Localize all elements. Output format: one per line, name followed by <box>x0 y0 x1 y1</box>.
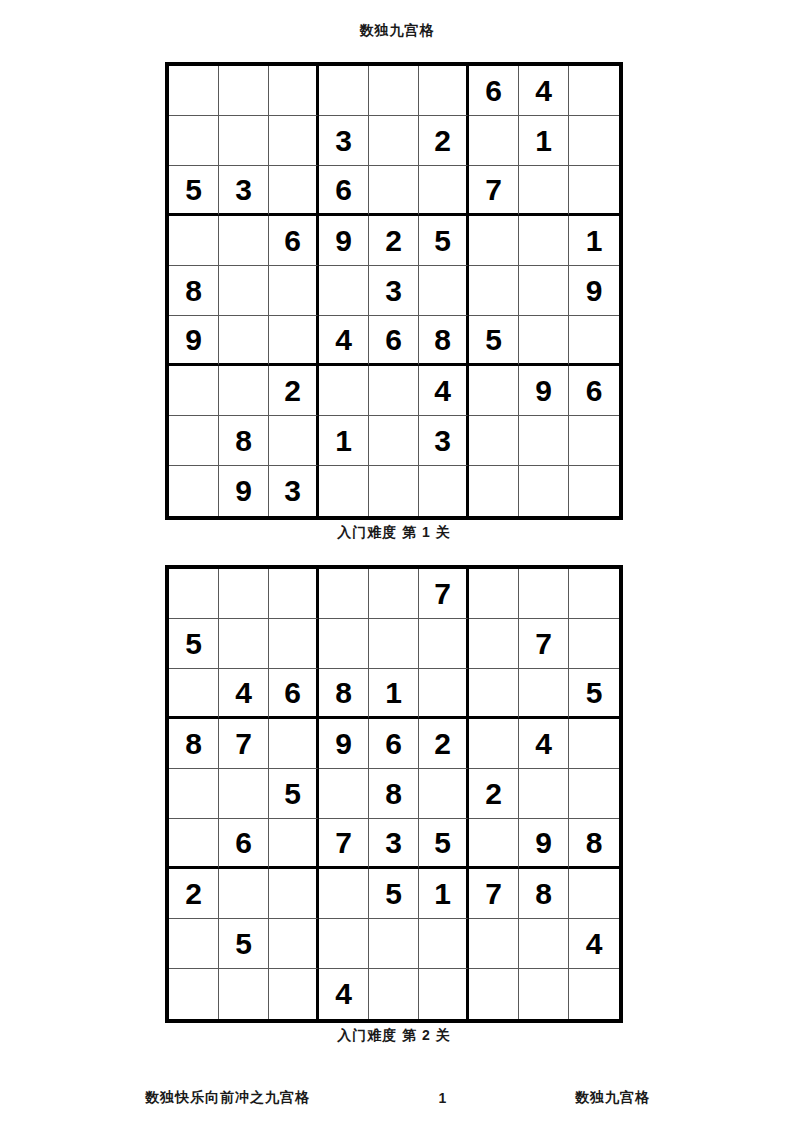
footer-right-text: 数独九宫格 <box>575 1089 650 1107</box>
board1-cell-r9c9 <box>569 466 619 516</box>
board2-cell-r7c4 <box>319 869 369 919</box>
board1-cell-r1c9 <box>569 66 619 116</box>
board2-cell-r7c5: 5 <box>369 869 419 919</box>
board2-cell-r7c6: 1 <box>419 869 469 919</box>
board1-cell-r5c1: 8 <box>169 266 219 316</box>
board2-cell-r4c2: 7 <box>219 719 269 769</box>
board1-cell-r9c5 <box>369 466 419 516</box>
board1-cell-r9c7 <box>469 466 519 516</box>
board1-cell-r8c1 <box>169 416 219 466</box>
board1-cell-r6c7: 5 <box>469 316 519 366</box>
board1-cell-r2c5 <box>369 116 419 166</box>
board1-cell-r3c8 <box>519 166 569 216</box>
sudoku-board-2: 7574681587962458267359825178544 <box>165 565 623 1023</box>
board1-cell-r2c7 <box>469 116 519 166</box>
board2-cell-r4c9 <box>569 719 619 769</box>
board1-cell-r9c3: 3 <box>269 466 319 516</box>
board2-cell-r2c4 <box>319 619 369 669</box>
board1-cell-r2c8: 1 <box>519 116 569 166</box>
board1-cell-r6c9 <box>569 316 619 366</box>
board1-cell-r2c4: 3 <box>319 116 369 166</box>
board1-cell-r5c2 <box>219 266 269 316</box>
board1-cell-r2c1 <box>169 116 219 166</box>
board2-cell-r4c5: 6 <box>369 719 419 769</box>
board2-cell-r8c1 <box>169 919 219 969</box>
board2-cell-r8c5 <box>369 919 419 969</box>
board1-cell-r6c2 <box>219 316 269 366</box>
board2-cell-r9c4: 4 <box>319 969 369 1019</box>
board2-cell-r9c3 <box>269 969 319 1019</box>
board1-cell-r6c8 <box>519 316 569 366</box>
board1-cell-r6c3 <box>269 316 319 366</box>
board1-cell-r1c3 <box>269 66 319 116</box>
board1-cell-r4c6: 5 <box>419 216 469 266</box>
board1-cell-r6c6: 8 <box>419 316 469 366</box>
board2-cell-r7c3 <box>269 869 319 919</box>
board1-cell-r3c6 <box>419 166 469 216</box>
board2-cell-r1c5 <box>369 569 419 619</box>
board2-cell-r1c4 <box>319 569 369 619</box>
board2-cell-r3c8 <box>519 669 569 719</box>
board1-cell-r1c5 <box>369 66 419 116</box>
board1-cell-r3c9 <box>569 166 619 216</box>
board1-cell-r8c6: 3 <box>419 416 469 466</box>
board2-cell-r1c9 <box>569 569 619 619</box>
board2-cell-r9c8 <box>519 969 569 1019</box>
board1-cell-r4c8 <box>519 216 569 266</box>
board2-cell-r6c1 <box>169 819 219 869</box>
board2-cell-r3c6 <box>419 669 469 719</box>
board2-cell-r2c6 <box>419 619 469 669</box>
board1-cell-r1c1 <box>169 66 219 116</box>
board1-cell-r1c7: 6 <box>469 66 519 116</box>
board2-cell-r8c9: 4 <box>569 919 619 969</box>
board2-cell-r9c6 <box>419 969 469 1019</box>
board2-cell-r8c2: 5 <box>219 919 269 969</box>
board2-cell-r5c4 <box>319 769 369 819</box>
board2-cell-r3c4: 8 <box>319 669 369 719</box>
board2-cell-r5c1 <box>169 769 219 819</box>
board2-cell-r2c2 <box>219 619 269 669</box>
board2-cell-r1c3 <box>269 569 319 619</box>
board2-cell-r3c5: 1 <box>369 669 419 719</box>
board1-cell-r8c7 <box>469 416 519 466</box>
board1-cell-r1c8: 4 <box>519 66 569 116</box>
board2-cell-r9c2 <box>219 969 269 1019</box>
board1-cell-r4c1 <box>169 216 219 266</box>
board2-cell-r8c7 <box>469 919 519 969</box>
board2-cell-r8c4 <box>319 919 369 969</box>
board1-cell-r9c6 <box>419 466 469 516</box>
board2-cell-r1c8 <box>519 569 569 619</box>
board-2-caption: 入门难度 第 2 关 <box>165 1027 623 1045</box>
board2-cell-r6c6: 5 <box>419 819 469 869</box>
board2-cell-r2c7 <box>469 619 519 669</box>
board2-cell-r6c9: 8 <box>569 819 619 869</box>
board1-cell-r7c2 <box>219 366 269 416</box>
board2-cell-r8c8 <box>519 919 569 969</box>
board2-cell-r1c2 <box>219 569 269 619</box>
board1-cell-r1c4 <box>319 66 369 116</box>
board2-cell-r5c8 <box>519 769 569 819</box>
board1-cell-r3c5 <box>369 166 419 216</box>
board1-cell-r7c7 <box>469 366 519 416</box>
board1-cell-r2c9 <box>569 116 619 166</box>
board2-cell-r9c9 <box>569 969 619 1019</box>
board1-cell-r4c9: 1 <box>569 216 619 266</box>
board1-cell-r8c4: 1 <box>319 416 369 466</box>
board1-cell-r3c1: 5 <box>169 166 219 216</box>
board1-cell-r5c3 <box>269 266 319 316</box>
board1-cell-r3c2: 3 <box>219 166 269 216</box>
page-title: 数独九宫格 <box>0 22 794 40</box>
board2-cell-r5c3: 5 <box>269 769 319 819</box>
board2-cell-r4c1: 8 <box>169 719 219 769</box>
board2-cell-r2c3 <box>269 619 319 669</box>
board1-cell-r7c9: 6 <box>569 366 619 416</box>
board2-cell-r9c7 <box>469 969 519 1019</box>
board2-cell-r7c2 <box>219 869 269 919</box>
board2-cell-r7c8: 8 <box>519 869 569 919</box>
board2-cell-r5c9 <box>569 769 619 819</box>
board1-cell-r5c4 <box>319 266 369 316</box>
board2-cell-r4c3 <box>269 719 319 769</box>
board2-cell-r4c4: 9 <box>319 719 369 769</box>
board1-cell-r4c4: 9 <box>319 216 369 266</box>
board1-cell-r8c5 <box>369 416 419 466</box>
board2-cell-r5c6 <box>419 769 469 819</box>
board1-cell-r7c4 <box>319 366 369 416</box>
board1-cell-r7c5 <box>369 366 419 416</box>
board2-cell-r9c5 <box>369 969 419 1019</box>
board1-cell-r6c5: 6 <box>369 316 419 366</box>
board2-cell-r4c6: 2 <box>419 719 469 769</box>
board1-cell-r9c1 <box>169 466 219 516</box>
board2-cell-r3c9: 5 <box>569 669 619 719</box>
board2-cell-r7c9 <box>569 869 619 919</box>
board1-cell-r8c3 <box>269 416 319 466</box>
board2-cell-r7c1: 2 <box>169 869 219 919</box>
board2-cell-r2c1: 5 <box>169 619 219 669</box>
board1-cell-r8c8 <box>519 416 569 466</box>
board2-cell-r4c7 <box>469 719 519 769</box>
board2-cell-r4c8: 4 <box>519 719 569 769</box>
board1-cell-r3c4: 6 <box>319 166 369 216</box>
board2-cell-r6c2: 6 <box>219 819 269 869</box>
board-1-caption: 入门难度 第 1 关 <box>165 524 623 542</box>
board1-cell-r4c3: 6 <box>269 216 319 266</box>
board1-cell-r3c7: 7 <box>469 166 519 216</box>
board1-cell-r9c4 <box>319 466 369 516</box>
board1-cell-r7c1 <box>169 366 219 416</box>
board1-cell-r5c5: 3 <box>369 266 419 316</box>
board2-cell-r7c7: 7 <box>469 869 519 919</box>
sudoku-board-1: 6432153676925183994685249681393 <box>165 62 623 520</box>
board2-cell-r5c2 <box>219 769 269 819</box>
board1-cell-r7c3: 2 <box>269 366 319 416</box>
board2-cell-r8c3 <box>269 919 319 969</box>
board1-cell-r5c8 <box>519 266 569 316</box>
board2-cell-r5c5: 8 <box>369 769 419 819</box>
board2-cell-r6c4: 7 <box>319 819 369 869</box>
board2-cell-r8c6 <box>419 919 469 969</box>
board1-cell-r2c6: 2 <box>419 116 469 166</box>
board1-cell-r5c9: 9 <box>569 266 619 316</box>
board1-cell-r4c5: 2 <box>369 216 419 266</box>
board2-cell-r1c7 <box>469 569 519 619</box>
board1-cell-r5c6 <box>419 266 469 316</box>
board1-cell-r4c7 <box>469 216 519 266</box>
board1-cell-r2c2 <box>219 116 269 166</box>
board1-cell-r2c3 <box>269 116 319 166</box>
board2-cell-r3c7 <box>469 669 519 719</box>
board2-cell-r3c3: 6 <box>269 669 319 719</box>
footer-page-number: 1 <box>439 1090 447 1106</box>
board2-cell-r6c5: 3 <box>369 819 419 869</box>
board2-cell-r3c2: 4 <box>219 669 269 719</box>
board1-cell-r6c4: 4 <box>319 316 369 366</box>
board2-cell-r6c3 <box>269 819 319 869</box>
board2-cell-r2c8: 7 <box>519 619 569 669</box>
board2-cell-r1c1 <box>169 569 219 619</box>
board1-cell-r8c9 <box>569 416 619 466</box>
board1-cell-r7c8: 9 <box>519 366 569 416</box>
board1-cell-r7c6: 4 <box>419 366 469 416</box>
board2-cell-r2c9 <box>569 619 619 669</box>
board2-cell-r5c7: 2 <box>469 769 519 819</box>
board1-cell-r1c6 <box>419 66 469 116</box>
board1-cell-r9c8 <box>519 466 569 516</box>
board1-cell-r9c2: 9 <box>219 466 269 516</box>
board1-cell-r5c7 <box>469 266 519 316</box>
board1-cell-r6c1: 9 <box>169 316 219 366</box>
footer-left-text: 数独快乐向前冲之九宫格 <box>145 1089 310 1107</box>
board1-cell-r3c3 <box>269 166 319 216</box>
board1-cell-r4c2 <box>219 216 269 266</box>
board2-cell-r1c6: 7 <box>419 569 469 619</box>
board1-cell-r8c2: 8 <box>219 416 269 466</box>
board2-cell-r6c8: 9 <box>519 819 569 869</box>
board1-cell-r1c2 <box>219 66 269 116</box>
board2-cell-r6c7 <box>469 819 519 869</box>
board2-cell-r3c1 <box>169 669 219 719</box>
page-footer: 数独快乐向前冲之九宫格 1 数独九宫格 <box>145 1089 650 1107</box>
board2-cell-r9c1 <box>169 969 219 1019</box>
board2-cell-r2c5 <box>369 619 419 669</box>
